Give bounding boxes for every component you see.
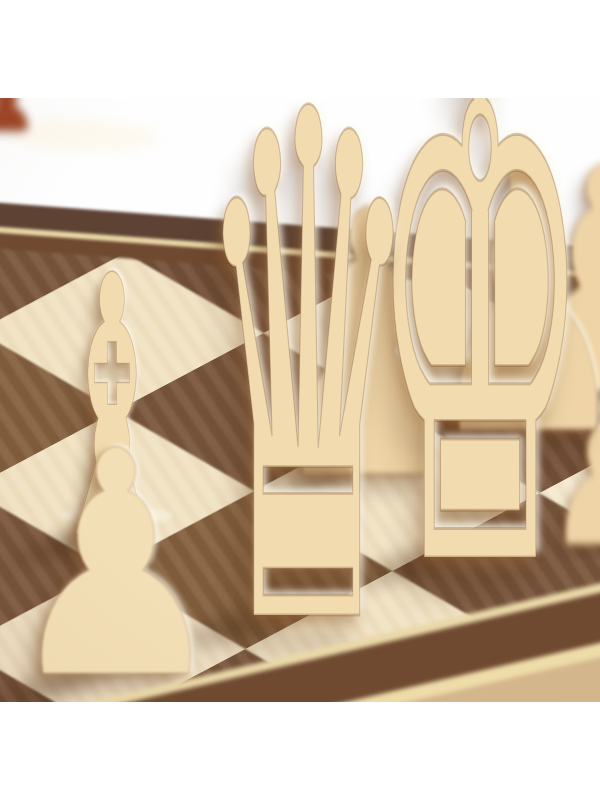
off-board-red-piece: ♟ [0, 98, 38, 141]
chess-set-photo: ♟ ♟ ♟ ♟ ♟ ♚ ♛ ♝ ♟ [0, 98, 600, 702]
white-pawn-front-piece: ♟ [5, 411, 227, 702]
white-queen-piece: ♛ [195, 98, 421, 702]
